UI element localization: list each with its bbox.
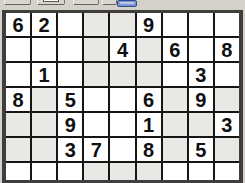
sudoku-cell-r4c4[interactable] <box>84 88 108 111</box>
sudoku-cell-r4c5[interactable] <box>110 88 134 111</box>
sudoku-cell-r6c5[interactable] <box>110 138 134 161</box>
sudoku-cell-r7c7[interactable] <box>163 163 187 183</box>
sudoku-cell-r2c5[interactable]: 4 <box>110 38 134 61</box>
sudoku-cell-r6c3[interactable]: 3 <box>58 138 82 161</box>
sudoku-cell-r4c7[interactable] <box>163 88 187 111</box>
sudoku-cell-r6c7[interactable] <box>163 138 187 161</box>
sudoku-cell-r2c8[interactable] <box>189 38 213 61</box>
sudoku-cell-r5c6[interactable]: 1 <box>137 113 161 136</box>
sudoku-cell-r3c1[interactable] <box>6 63 30 86</box>
sudoku-cell-r6c4[interactable]: 7 <box>84 138 108 161</box>
sudoku-cell-r2c1[interactable] <box>6 38 30 61</box>
sudoku-cell-r5c5[interactable] <box>110 113 134 136</box>
sudoku-cell-r4c6[interactable]: 6 <box>137 88 161 111</box>
sudoku-cell-r6c9[interactable] <box>215 138 239 161</box>
toolbar-button-3[interactable] <box>73 0 99 5</box>
sudoku-cell-r1c7[interactable] <box>163 13 187 36</box>
toolbar <box>0 0 245 10</box>
sudoku-cell-r5c2[interactable] <box>32 113 56 136</box>
sudoku-cell-r3c9[interactable] <box>215 63 239 86</box>
sudoku-cell-r3c2[interactable]: 1 <box>32 63 56 86</box>
sudoku-cell-r6c1[interactable] <box>6 138 30 161</box>
sudoku-cell-r3c7[interactable] <box>163 63 187 86</box>
sudoku-cell-r7c4[interactable] <box>84 163 108 183</box>
sudoku-cell-r7c3[interactable] <box>58 163 82 183</box>
toolbar-button-2-glyph <box>43 0 59 2</box>
sudoku-cell-r4c9[interactable] <box>215 88 239 111</box>
sudoku-cell-r1c4[interactable] <box>84 13 108 36</box>
sudoku-cell-r5c7[interactable] <box>163 113 187 136</box>
sudoku-cell-r4c3[interactable]: 5 <box>58 88 82 111</box>
sudoku-cell-r3c5[interactable] <box>110 63 134 86</box>
sudoku-cell-r5c9[interactable]: 3 <box>215 113 239 136</box>
sudoku-cell-r1c2[interactable]: 2 <box>32 13 56 36</box>
sudoku-cell-r3c3[interactable] <box>58 63 82 86</box>
sudoku-cell-r2c7[interactable]: 6 <box>163 38 187 61</box>
sudoku-cell-r5c8[interactable] <box>189 113 213 136</box>
sudoku-cell-r1c8[interactable] <box>189 13 213 36</box>
sudoku-cell-r7c1[interactable] <box>6 163 30 183</box>
sudoku-cell-r1c1[interactable]: 6 <box>6 13 30 36</box>
blue-toolbar-icon-shine <box>120 2 134 4</box>
sudoku-cell-r7c6[interactable] <box>137 163 161 183</box>
blue-toolbar-icon[interactable] <box>117 0 137 7</box>
sudoku-cell-r7c8[interactable] <box>189 163 213 183</box>
sudoku-cell-r3c4[interactable] <box>84 63 108 86</box>
sudoku-cell-r6c6[interactable]: 8 <box>137 138 161 161</box>
sudoku-cell-r1c5[interactable] <box>110 13 134 36</box>
sudoku-cell-r2c4[interactable] <box>84 38 108 61</box>
sudoku-cell-r7c5[interactable] <box>110 163 134 183</box>
sudoku-cell-r6c2[interactable] <box>32 138 56 161</box>
sudoku-cell-r7c9[interactable] <box>215 163 239 183</box>
sudoku-cell-r1c3[interactable] <box>58 13 82 36</box>
sudoku-grid: 6294681385699133785 <box>6 13 239 183</box>
sudoku-board: 6294681385699133785 <box>2 10 243 183</box>
sudoku-cell-r4c2[interactable] <box>32 88 56 111</box>
toolbar-button-1[interactable] <box>4 0 31 5</box>
toolbar-button-2[interactable] <box>37 0 65 5</box>
sudoku-cell-r2c3[interactable] <box>58 38 82 61</box>
sudoku-cell-r3c6[interactable] <box>137 63 161 86</box>
sudoku-cell-r2c2[interactable] <box>32 38 56 61</box>
sudoku-cell-r5c3[interactable]: 9 <box>58 113 82 136</box>
sudoku-cell-r6c8[interactable]: 5 <box>189 138 213 161</box>
sudoku-cell-r3c8[interactable]: 3 <box>189 63 213 86</box>
sudoku-cell-r5c4[interactable] <box>84 113 108 136</box>
sudoku-cell-r4c1[interactable]: 8 <box>6 88 30 111</box>
sudoku-cell-r1c9[interactable] <box>215 13 239 36</box>
sudoku-cell-r7c2[interactable] <box>32 163 56 183</box>
sudoku-cell-r1c6[interactable]: 9 <box>137 13 161 36</box>
sudoku-cell-r4c8[interactable]: 9 <box>189 88 213 111</box>
toolbar-button-4[interactable] <box>102 0 117 5</box>
sudoku-cell-r5c1[interactable] <box>6 113 30 136</box>
sudoku-cell-r2c6[interactable] <box>137 38 161 61</box>
sudoku-cell-r2c9[interactable]: 8 <box>215 38 239 61</box>
